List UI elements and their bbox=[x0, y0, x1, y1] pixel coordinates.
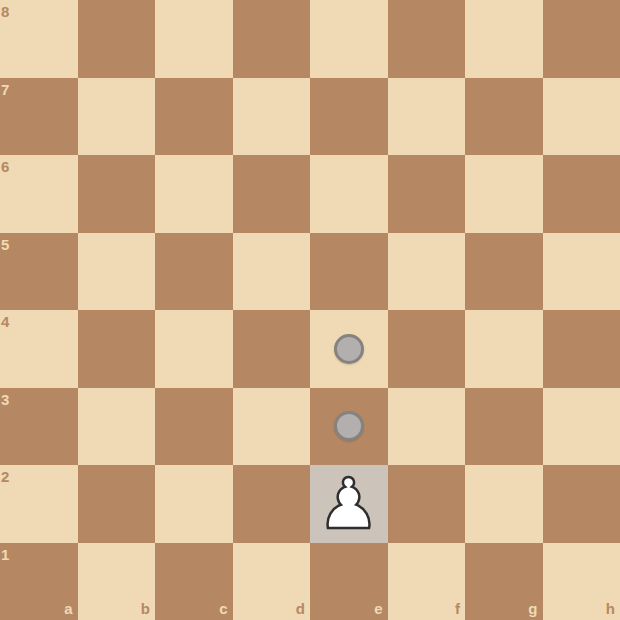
rank-label-8: 8 bbox=[1, 4, 9, 19]
square-h4[interactable] bbox=[543, 310, 620, 388]
square-c3[interactable] bbox=[155, 388, 233, 466]
square-h2[interactable] bbox=[543, 465, 620, 543]
rank-label-7: 7 bbox=[1, 82, 9, 97]
square-c7[interactable] bbox=[155, 78, 233, 156]
rank-label-4: 4 bbox=[1, 314, 9, 329]
square-g3[interactable] bbox=[465, 388, 543, 466]
square-e3[interactable] bbox=[310, 388, 388, 466]
square-e4[interactable] bbox=[310, 310, 388, 388]
square-e6[interactable] bbox=[310, 155, 388, 233]
square-g8[interactable] bbox=[465, 0, 543, 78]
square-a8[interactable]: 8 bbox=[0, 0, 78, 78]
rank-label-2: 2 bbox=[1, 469, 9, 484]
square-a1[interactable]: 1a bbox=[0, 543, 78, 620]
square-b3[interactable] bbox=[78, 388, 156, 466]
square-g7[interactable] bbox=[465, 78, 543, 156]
square-a4[interactable]: 4 bbox=[0, 310, 78, 388]
square-c1[interactable]: c bbox=[155, 543, 233, 620]
square-a5[interactable]: 5 bbox=[0, 233, 78, 311]
file-label-d: d bbox=[296, 601, 305, 616]
square-b8[interactable] bbox=[78, 0, 156, 78]
square-d6[interactable] bbox=[233, 155, 311, 233]
square-c5[interactable] bbox=[155, 233, 233, 311]
file-label-f: f bbox=[455, 601, 460, 616]
square-b6[interactable] bbox=[78, 155, 156, 233]
square-e8[interactable] bbox=[310, 0, 388, 78]
square-h3[interactable] bbox=[543, 388, 620, 466]
square-h8[interactable] bbox=[543, 0, 620, 78]
white-pawn[interactable]: ♟ bbox=[310, 465, 388, 543]
square-d4[interactable] bbox=[233, 310, 311, 388]
file-label-b: b bbox=[141, 601, 150, 616]
square-f8[interactable] bbox=[388, 0, 466, 78]
square-f6[interactable] bbox=[388, 155, 466, 233]
square-f2[interactable] bbox=[388, 465, 466, 543]
file-label-h: h bbox=[606, 601, 615, 616]
file-label-a: a bbox=[64, 601, 72, 616]
square-h1[interactable]: h bbox=[543, 543, 620, 620]
file-label-g: g bbox=[528, 601, 537, 616]
square-b4[interactable] bbox=[78, 310, 156, 388]
square-d3[interactable] bbox=[233, 388, 311, 466]
square-d8[interactable] bbox=[233, 0, 311, 78]
square-a2[interactable]: 2 bbox=[0, 465, 78, 543]
square-a7[interactable]: 7 bbox=[0, 78, 78, 156]
square-d5[interactable] bbox=[233, 233, 311, 311]
square-g6[interactable] bbox=[465, 155, 543, 233]
move-hint-dot-e4[interactable] bbox=[334, 334, 364, 364]
square-g2[interactable] bbox=[465, 465, 543, 543]
square-d2[interactable] bbox=[233, 465, 311, 543]
move-hint-dot-e3[interactable] bbox=[334, 411, 364, 441]
square-h5[interactable] bbox=[543, 233, 620, 311]
square-h6[interactable] bbox=[543, 155, 620, 233]
chess-board: 8765432♟1abcdefgh bbox=[0, 0, 620, 620]
square-c2[interactable] bbox=[155, 465, 233, 543]
square-f4[interactable] bbox=[388, 310, 466, 388]
square-a3[interactable]: 3 bbox=[0, 388, 78, 466]
rank-label-6: 6 bbox=[1, 159, 9, 174]
square-a6[interactable]: 6 bbox=[0, 155, 78, 233]
square-g4[interactable] bbox=[465, 310, 543, 388]
square-e5[interactable] bbox=[310, 233, 388, 311]
square-d7[interactable] bbox=[233, 78, 311, 156]
square-e7[interactable] bbox=[310, 78, 388, 156]
square-f3[interactable] bbox=[388, 388, 466, 466]
square-d1[interactable]: d bbox=[233, 543, 311, 620]
square-e2[interactable]: ♟ bbox=[310, 465, 388, 543]
square-c6[interactable] bbox=[155, 155, 233, 233]
file-label-c: c bbox=[219, 601, 227, 616]
square-c8[interactable] bbox=[155, 0, 233, 78]
square-f7[interactable] bbox=[388, 78, 466, 156]
square-g5[interactable] bbox=[465, 233, 543, 311]
square-b7[interactable] bbox=[78, 78, 156, 156]
file-label-e: e bbox=[374, 601, 382, 616]
square-c4[interactable] bbox=[155, 310, 233, 388]
rank-label-3: 3 bbox=[1, 392, 9, 407]
rank-label-5: 5 bbox=[1, 237, 9, 252]
square-b2[interactable] bbox=[78, 465, 156, 543]
square-e1[interactable]: e bbox=[310, 543, 388, 620]
square-g1[interactable]: g bbox=[465, 543, 543, 620]
square-f1[interactable]: f bbox=[388, 543, 466, 620]
square-b5[interactable] bbox=[78, 233, 156, 311]
square-b1[interactable]: b bbox=[78, 543, 156, 620]
square-h7[interactable] bbox=[543, 78, 620, 156]
square-f5[interactable] bbox=[388, 233, 466, 311]
rank-label-1: 1 bbox=[1, 547, 9, 562]
